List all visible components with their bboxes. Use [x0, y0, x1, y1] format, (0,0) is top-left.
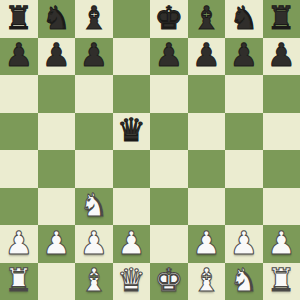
piece-white-knight[interactable]: ♞: [79, 189, 108, 221]
piece-white-queen[interactable]: ♛: [117, 264, 146, 296]
piece-black-pawn[interactable]: ♟: [267, 39, 296, 71]
square-f6[interactable]: [188, 75, 226, 113]
square-a8[interactable]: ♜: [0, 0, 38, 38]
piece-black-bishop[interactable]: ♝: [192, 2, 221, 34]
square-d6[interactable]: [113, 75, 151, 113]
square-e8[interactable]: ♚: [150, 0, 188, 38]
square-f8[interactable]: ♝: [188, 0, 226, 38]
piece-white-pawn[interactable]: ♟: [229, 227, 258, 259]
piece-white-pawn[interactable]: ♟: [117, 227, 146, 259]
square-f4[interactable]: [188, 150, 226, 188]
square-h3[interactable]: [263, 188, 301, 226]
square-b2[interactable]: ♟: [38, 225, 76, 263]
piece-black-pawn[interactable]: ♟: [154, 39, 183, 71]
square-f1[interactable]: ♝: [188, 263, 226, 300]
square-d7[interactable]: [113, 38, 151, 76]
square-c4[interactable]: [75, 150, 113, 188]
square-h2[interactable]: ♟: [263, 225, 301, 263]
square-g3[interactable]: [225, 188, 263, 226]
piece-black-pawn[interactable]: ♟: [229, 39, 258, 71]
square-a7[interactable]: ♟: [0, 38, 38, 76]
piece-white-pawn[interactable]: ♟: [79, 227, 108, 259]
piece-black-bishop[interactable]: ♝: [79, 2, 108, 34]
square-a1[interactable]: ♜: [0, 263, 38, 300]
square-h8[interactable]: ♜: [263, 0, 301, 38]
piece-white-bishop[interactable]: ♝: [192, 264, 221, 296]
piece-black-rook[interactable]: ♜: [4, 2, 33, 34]
square-h4[interactable]: [263, 150, 301, 188]
square-d1[interactable]: ♛: [113, 263, 151, 300]
square-h5[interactable]: [263, 113, 301, 151]
piece-white-pawn[interactable]: ♟: [192, 227, 221, 259]
square-b6[interactable]: [38, 75, 76, 113]
square-e1[interactable]: ♚: [150, 263, 188, 300]
square-e4[interactable]: [150, 150, 188, 188]
square-d4[interactable]: [113, 150, 151, 188]
square-e7[interactable]: ♟: [150, 38, 188, 76]
square-c8[interactable]: ♝: [75, 0, 113, 38]
square-g7[interactable]: ♟: [225, 38, 263, 76]
square-d8[interactable]: [113, 0, 151, 38]
square-c1[interactable]: ♝: [75, 263, 113, 300]
square-b3[interactable]: [38, 188, 76, 226]
square-b1[interactable]: [38, 263, 76, 300]
square-e3[interactable]: [150, 188, 188, 226]
square-e5[interactable]: [150, 113, 188, 151]
square-c3[interactable]: ♞: [75, 188, 113, 226]
square-a6[interactable]: [0, 75, 38, 113]
square-g8[interactable]: ♞: [225, 0, 263, 38]
square-d3[interactable]: [113, 188, 151, 226]
square-b7[interactable]: ♟: [38, 38, 76, 76]
piece-white-knight[interactable]: ♞: [229, 264, 258, 296]
piece-white-king[interactable]: ♚: [154, 264, 183, 296]
square-f5[interactable]: [188, 113, 226, 151]
square-d2[interactable]: ♟: [113, 225, 151, 263]
square-d5[interactable]: ♛: [113, 113, 151, 151]
square-f2[interactable]: ♟: [188, 225, 226, 263]
square-a3[interactable]: [0, 188, 38, 226]
square-b5[interactable]: [38, 113, 76, 151]
square-f7[interactable]: ♟: [188, 38, 226, 76]
piece-white-pawn[interactable]: ♟: [42, 227, 71, 259]
square-h6[interactable]: [263, 75, 301, 113]
square-a4[interactable]: [0, 150, 38, 188]
square-h1[interactable]: ♜: [263, 263, 301, 300]
square-c6[interactable]: [75, 75, 113, 113]
piece-black-knight[interactable]: ♞: [229, 2, 258, 34]
square-h7[interactable]: ♟: [263, 38, 301, 76]
square-b8[interactable]: ♞: [38, 0, 76, 38]
piece-white-rook[interactable]: ♜: [4, 264, 33, 296]
piece-black-knight[interactable]: ♞: [42, 2, 71, 34]
square-c5[interactable]: [75, 113, 113, 151]
piece-white-bishop[interactable]: ♝: [79, 264, 108, 296]
square-c2[interactable]: ♟: [75, 225, 113, 263]
piece-black-rook[interactable]: ♜: [267, 2, 296, 34]
piece-white-pawn[interactable]: ♟: [4, 227, 33, 259]
square-g5[interactable]: [225, 113, 263, 151]
square-e2[interactable]: [150, 225, 188, 263]
square-a5[interactable]: [0, 113, 38, 151]
square-g2[interactable]: ♟: [225, 225, 263, 263]
square-f3[interactable]: [188, 188, 226, 226]
square-g1[interactable]: ♞: [225, 263, 263, 300]
square-a2[interactable]: ♟: [0, 225, 38, 263]
square-c7[interactable]: ♟: [75, 38, 113, 76]
piece-black-pawn[interactable]: ♟: [192, 39, 221, 71]
square-b4[interactable]: [38, 150, 76, 188]
square-g4[interactable]: [225, 150, 263, 188]
square-e6[interactable]: [150, 75, 188, 113]
chess-board: ♜♞♝♚♝♞♜♟♟♟♟♟♟♟♛♞♟♟♟♟♟♟♟♜♝♛♚♝♞♜: [0, 0, 300, 300]
piece-black-pawn[interactable]: ♟: [79, 39, 108, 71]
square-g6[interactable]: [225, 75, 263, 113]
piece-black-queen[interactable]: ♛: [117, 114, 146, 146]
piece-black-pawn[interactable]: ♟: [4, 39, 33, 71]
piece-black-pawn[interactable]: ♟: [42, 39, 71, 71]
piece-white-pawn[interactable]: ♟: [267, 227, 296, 259]
piece-white-rook[interactable]: ♜: [267, 264, 296, 296]
piece-black-king[interactable]: ♚: [154, 2, 183, 34]
